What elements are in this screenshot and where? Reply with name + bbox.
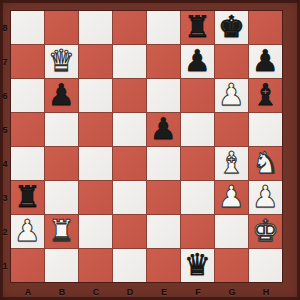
square-g5[interactable] xyxy=(215,113,248,146)
square-h7[interactable]: ♟ xyxy=(249,45,282,78)
square-g4[interactable]: ♝ xyxy=(215,147,248,180)
square-b2[interactable]: ♜ xyxy=(45,215,78,248)
square-g6[interactable]: ♟ xyxy=(215,79,248,112)
square-a1[interactable] xyxy=(11,249,44,282)
square-h4[interactable]: ♞ xyxy=(249,147,282,180)
square-b3[interactable] xyxy=(45,181,78,214)
square-d4[interactable] xyxy=(113,147,146,180)
square-c2[interactable] xyxy=(79,215,112,248)
square-e2[interactable] xyxy=(147,215,180,248)
square-a5[interactable] xyxy=(11,113,44,146)
square-c4[interactable] xyxy=(79,147,112,180)
square-f7[interactable]: ♟ xyxy=(181,45,214,78)
black-queen[interactable]: ♛ xyxy=(184,248,211,281)
file-label-h: H xyxy=(249,283,283,300)
square-b1[interactable] xyxy=(45,249,78,282)
file-label-g: G xyxy=(215,283,249,300)
black-rook[interactable]: ♜ xyxy=(184,10,211,43)
square-c1[interactable] xyxy=(79,249,112,282)
square-e4[interactable] xyxy=(147,147,180,180)
rank-labels: 87654321 xyxy=(0,11,10,283)
square-h6[interactable]: ♝ xyxy=(249,79,282,112)
square-h3[interactable]: ♟ xyxy=(249,181,282,214)
white-rook[interactable]: ♜ xyxy=(48,214,75,247)
square-g2[interactable] xyxy=(215,215,248,248)
square-d2[interactable] xyxy=(113,215,146,248)
square-a4[interactable] xyxy=(11,147,44,180)
square-a8[interactable] xyxy=(11,11,44,44)
square-f8[interactable]: ♜ xyxy=(181,11,214,44)
file-label-f: F xyxy=(181,283,215,300)
file-label-c: C xyxy=(79,283,113,300)
square-f5[interactable] xyxy=(181,113,214,146)
white-pawn[interactable]: ♟ xyxy=(252,180,279,213)
square-c7[interactable] xyxy=(79,45,112,78)
black-bishop[interactable]: ♝ xyxy=(252,78,279,111)
square-a3[interactable]: ♜ xyxy=(11,181,44,214)
white-queen[interactable]: ♛ xyxy=(48,44,75,77)
square-b5[interactable] xyxy=(45,113,78,146)
white-pawn[interactable]: ♟ xyxy=(218,78,245,111)
square-g7[interactable] xyxy=(215,45,248,78)
file-label-a: A xyxy=(11,283,45,300)
square-d5[interactable] xyxy=(113,113,146,146)
square-h8[interactable] xyxy=(249,11,282,44)
white-pawn[interactable]: ♟ xyxy=(218,180,245,213)
rank-label-6: 6 xyxy=(0,79,10,113)
square-c3[interactable] xyxy=(79,181,112,214)
square-e7[interactable] xyxy=(147,45,180,78)
black-king[interactable]: ♚ xyxy=(218,10,245,43)
chess-board-diagram: 87654321 ♜♚♛♟♟♟♟♝♟♝♞♜♟♟♟♜♚♛ ABCDEFGH xyxy=(0,0,300,300)
square-c5[interactable] xyxy=(79,113,112,146)
black-pawn[interactable]: ♟ xyxy=(48,78,75,111)
square-g8[interactable]: ♚ xyxy=(215,11,248,44)
rank-label-1: 1 xyxy=(0,249,10,283)
rank-label-2: 2 xyxy=(0,215,10,249)
square-d6[interactable] xyxy=(113,79,146,112)
square-f4[interactable] xyxy=(181,147,214,180)
rank-label-4: 4 xyxy=(0,147,10,181)
black-pawn[interactable]: ♟ xyxy=(150,112,177,145)
square-d1[interactable] xyxy=(113,249,146,282)
square-h5[interactable] xyxy=(249,113,282,146)
square-c6[interactable] xyxy=(79,79,112,112)
square-e8[interactable] xyxy=(147,11,180,44)
square-a7[interactable] xyxy=(11,45,44,78)
square-e1[interactable] xyxy=(147,249,180,282)
square-e3[interactable] xyxy=(147,181,180,214)
rank-label-5: 5 xyxy=(0,113,10,147)
square-g3[interactable]: ♟ xyxy=(215,181,248,214)
square-h1[interactable] xyxy=(249,249,282,282)
white-pawn[interactable]: ♟ xyxy=(14,214,41,247)
black-rook[interactable]: ♜ xyxy=(14,180,41,213)
square-d8[interactable] xyxy=(113,11,146,44)
white-bishop[interactable]: ♝ xyxy=(218,146,245,179)
square-b8[interactable] xyxy=(45,11,78,44)
black-pawn[interactable]: ♟ xyxy=(252,44,279,77)
square-d7[interactable] xyxy=(113,45,146,78)
square-g1[interactable] xyxy=(215,249,248,282)
file-labels: ABCDEFGH xyxy=(11,283,283,300)
square-e6[interactable] xyxy=(147,79,180,112)
square-b4[interactable] xyxy=(45,147,78,180)
square-f3[interactable] xyxy=(181,181,214,214)
rank-label-3: 3 xyxy=(0,181,10,215)
square-f1[interactable]: ♛ xyxy=(181,249,214,282)
square-a6[interactable] xyxy=(11,79,44,112)
file-label-d: D xyxy=(113,283,147,300)
square-e5[interactable]: ♟ xyxy=(147,113,180,146)
file-label-b: B xyxy=(45,283,79,300)
square-b7[interactable]: ♛ xyxy=(45,45,78,78)
white-king[interactable]: ♚ xyxy=(252,214,279,247)
square-f2[interactable] xyxy=(181,215,214,248)
square-a2[interactable]: ♟ xyxy=(11,215,44,248)
rank-label-7: 7 xyxy=(0,45,10,79)
chess-board: ♜♚♛♟♟♟♟♝♟♝♞♜♟♟♟♜♚♛ xyxy=(10,10,283,283)
white-knight[interactable]: ♞ xyxy=(252,146,279,179)
square-f6[interactable] xyxy=(181,79,214,112)
file-label-e: E xyxy=(147,283,181,300)
square-b6[interactable]: ♟ xyxy=(45,79,78,112)
square-c8[interactable] xyxy=(79,11,112,44)
square-h2[interactable]: ♚ xyxy=(249,215,282,248)
square-d3[interactable] xyxy=(113,181,146,214)
black-pawn[interactable]: ♟ xyxy=(184,44,211,77)
rank-label-8: 8 xyxy=(0,11,10,45)
